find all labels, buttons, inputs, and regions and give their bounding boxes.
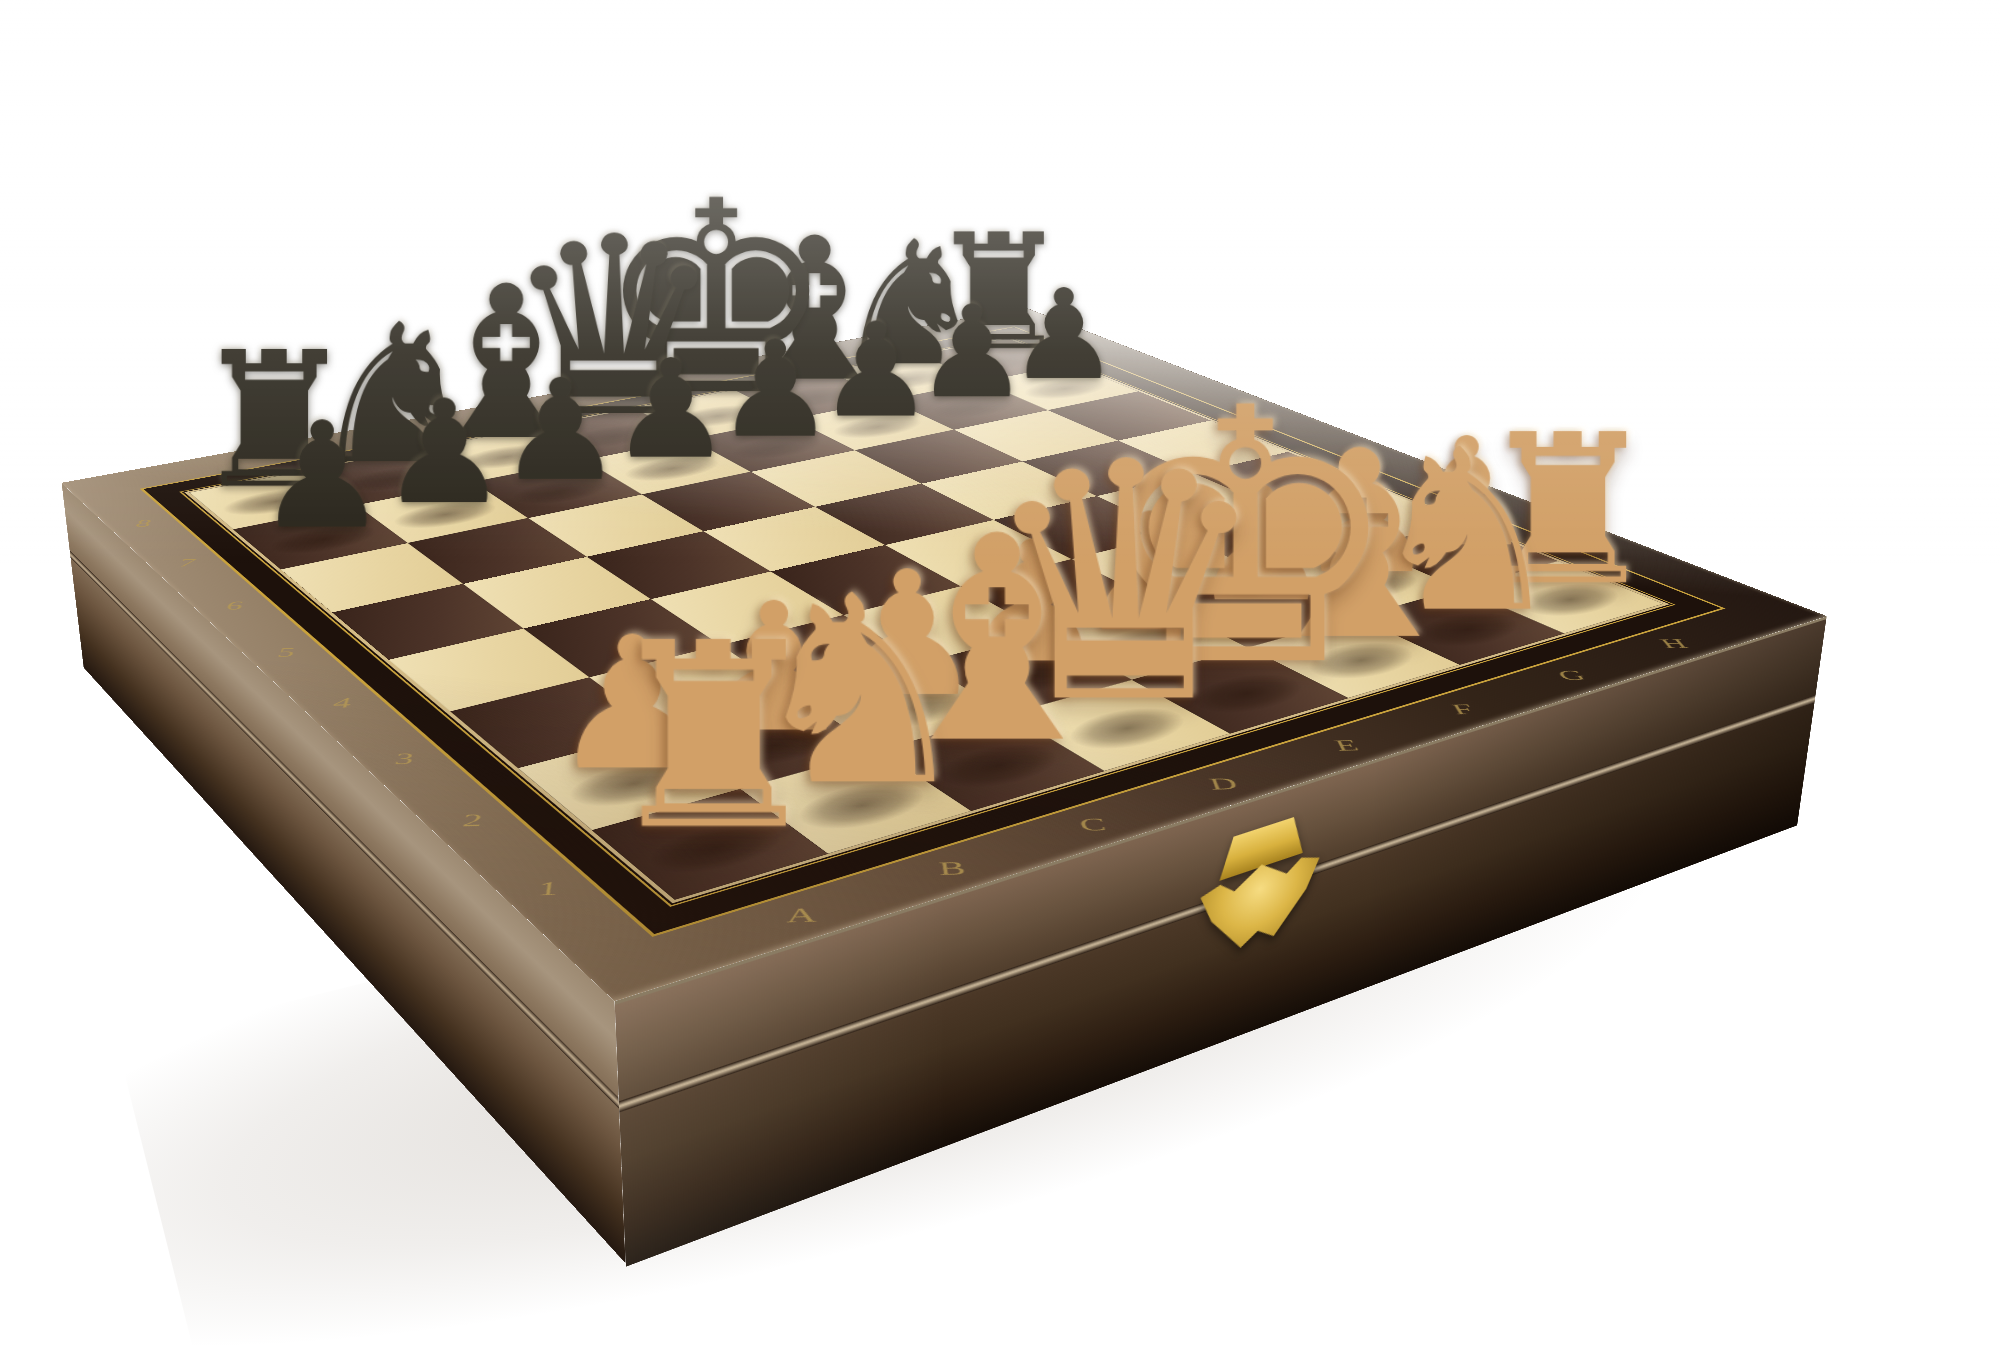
rank-label: 2: [461, 810, 486, 830]
black-pawn[interactable]: ♟: [498, 368, 623, 494]
black-pawn[interactable]: ♟: [716, 330, 835, 450]
chess-set-photo: ♜♞♝♛♚♝♞♜♟♟♟♟♟♟♟♟♟♟♟♟♟♟♟♟♜♞♝♛♚♝♞♜ ABCDEFG…: [0, 0, 2000, 1349]
black-pawn[interactable]: ♟: [257, 410, 389, 542]
rank-label: 5: [275, 644, 299, 659]
black-pawn[interactable]: ♟: [609, 349, 731, 472]
rank-label: 1: [536, 877, 561, 899]
black-pawn[interactable]: ♟: [818, 312, 935, 429]
rank-label: 7: [176, 556, 199, 569]
black-pawn[interactable]: ♟: [380, 389, 508, 518]
rank-label: 6: [224, 599, 248, 613]
rank-label: 4: [331, 695, 355, 712]
rank-label: 8: [133, 517, 156, 529]
rank-label: 3: [393, 750, 417, 768]
square-c6[interactable]: [528, 494, 704, 557]
perspective-scene: ♜♞♝♛♚♝♞♜♟♟♟♟♟♟♟♟♟♟♟♟♟♟♟♟♜♞♝♛♚♝♞♜ ABCDEFG…: [0, 0, 2000, 1349]
white-rook[interactable]: ♜: [599, 621, 828, 851]
